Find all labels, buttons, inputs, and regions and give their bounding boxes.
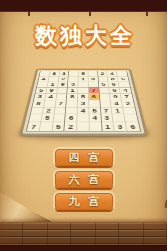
cell-r9c2[interactable] <box>40 122 54 130</box>
cell-r8c5[interactable] <box>77 115 89 123</box>
cell-r8c4[interactable]: 6 <box>65 115 77 123</box>
app-screen: 数独大全 83524421985193565917643485697873422… <box>0 0 167 251</box>
top-bar <box>0 0 167 12</box>
cell-r7c5[interactable]: 4 <box>78 107 90 114</box>
cell-r8c6[interactable]: 4 <box>89 115 101 123</box>
cell-r9c6[interactable] <box>90 122 103 130</box>
page-curl <box>0 192 52 223</box>
cell-r7c3[interactable] <box>54 107 66 114</box>
cell-r7c4[interactable] <box>66 107 78 114</box>
cell-r6c6[interactable] <box>89 100 101 107</box>
menu-button-6grid[interactable]: 六宫 <box>55 171 113 188</box>
cell-r9c7[interactable]: 1 <box>102 122 115 130</box>
cell-r6c5[interactable]: 3 <box>78 100 89 107</box>
cell-r9c4[interactable]: 2 <box>65 122 78 130</box>
cell-r9c3[interactable]: 5 <box>52 122 65 130</box>
sudoku-grid: 8352442198519356591764348569787342245715… <box>26 71 141 132</box>
stitch-mark <box>146 12 148 16</box>
cell-r7c6[interactable]: 5 <box>89 107 101 114</box>
menu-button-4grid[interactable]: 四宫 <box>55 149 113 166</box>
wood-footer <box>0 222 167 246</box>
paper-tear <box>164 200 167 208</box>
cell-r8c3[interactable] <box>53 115 66 123</box>
cell-r7c9[interactable] <box>123 107 136 114</box>
stitch-mark <box>89 12 91 16</box>
cell-r7c7[interactable]: 7 <box>101 107 113 114</box>
page-title: 数独大全 <box>0 21 167 51</box>
stitch-mark <box>28 12 30 16</box>
menu-button-9grid[interactable]: 九宫 <box>55 193 113 210</box>
bottom-bar <box>0 245 167 251</box>
cell-r6c3[interactable]: 7 <box>55 100 67 107</box>
cell-r6c4[interactable] <box>66 100 78 107</box>
cell-r6c7[interactable] <box>100 100 112 107</box>
cell-r6c9[interactable]: 2 <box>122 100 135 107</box>
sudoku-board[interactable]: 8352442198519356591764348569787342245715… <box>20 69 147 135</box>
cell-r8c7[interactable]: 3 <box>101 115 114 123</box>
cell-r8c9[interactable] <box>125 115 139 123</box>
cell-r9c5[interactable] <box>77 122 90 130</box>
cell-r9c9[interactable]: 6 <box>126 122 140 130</box>
